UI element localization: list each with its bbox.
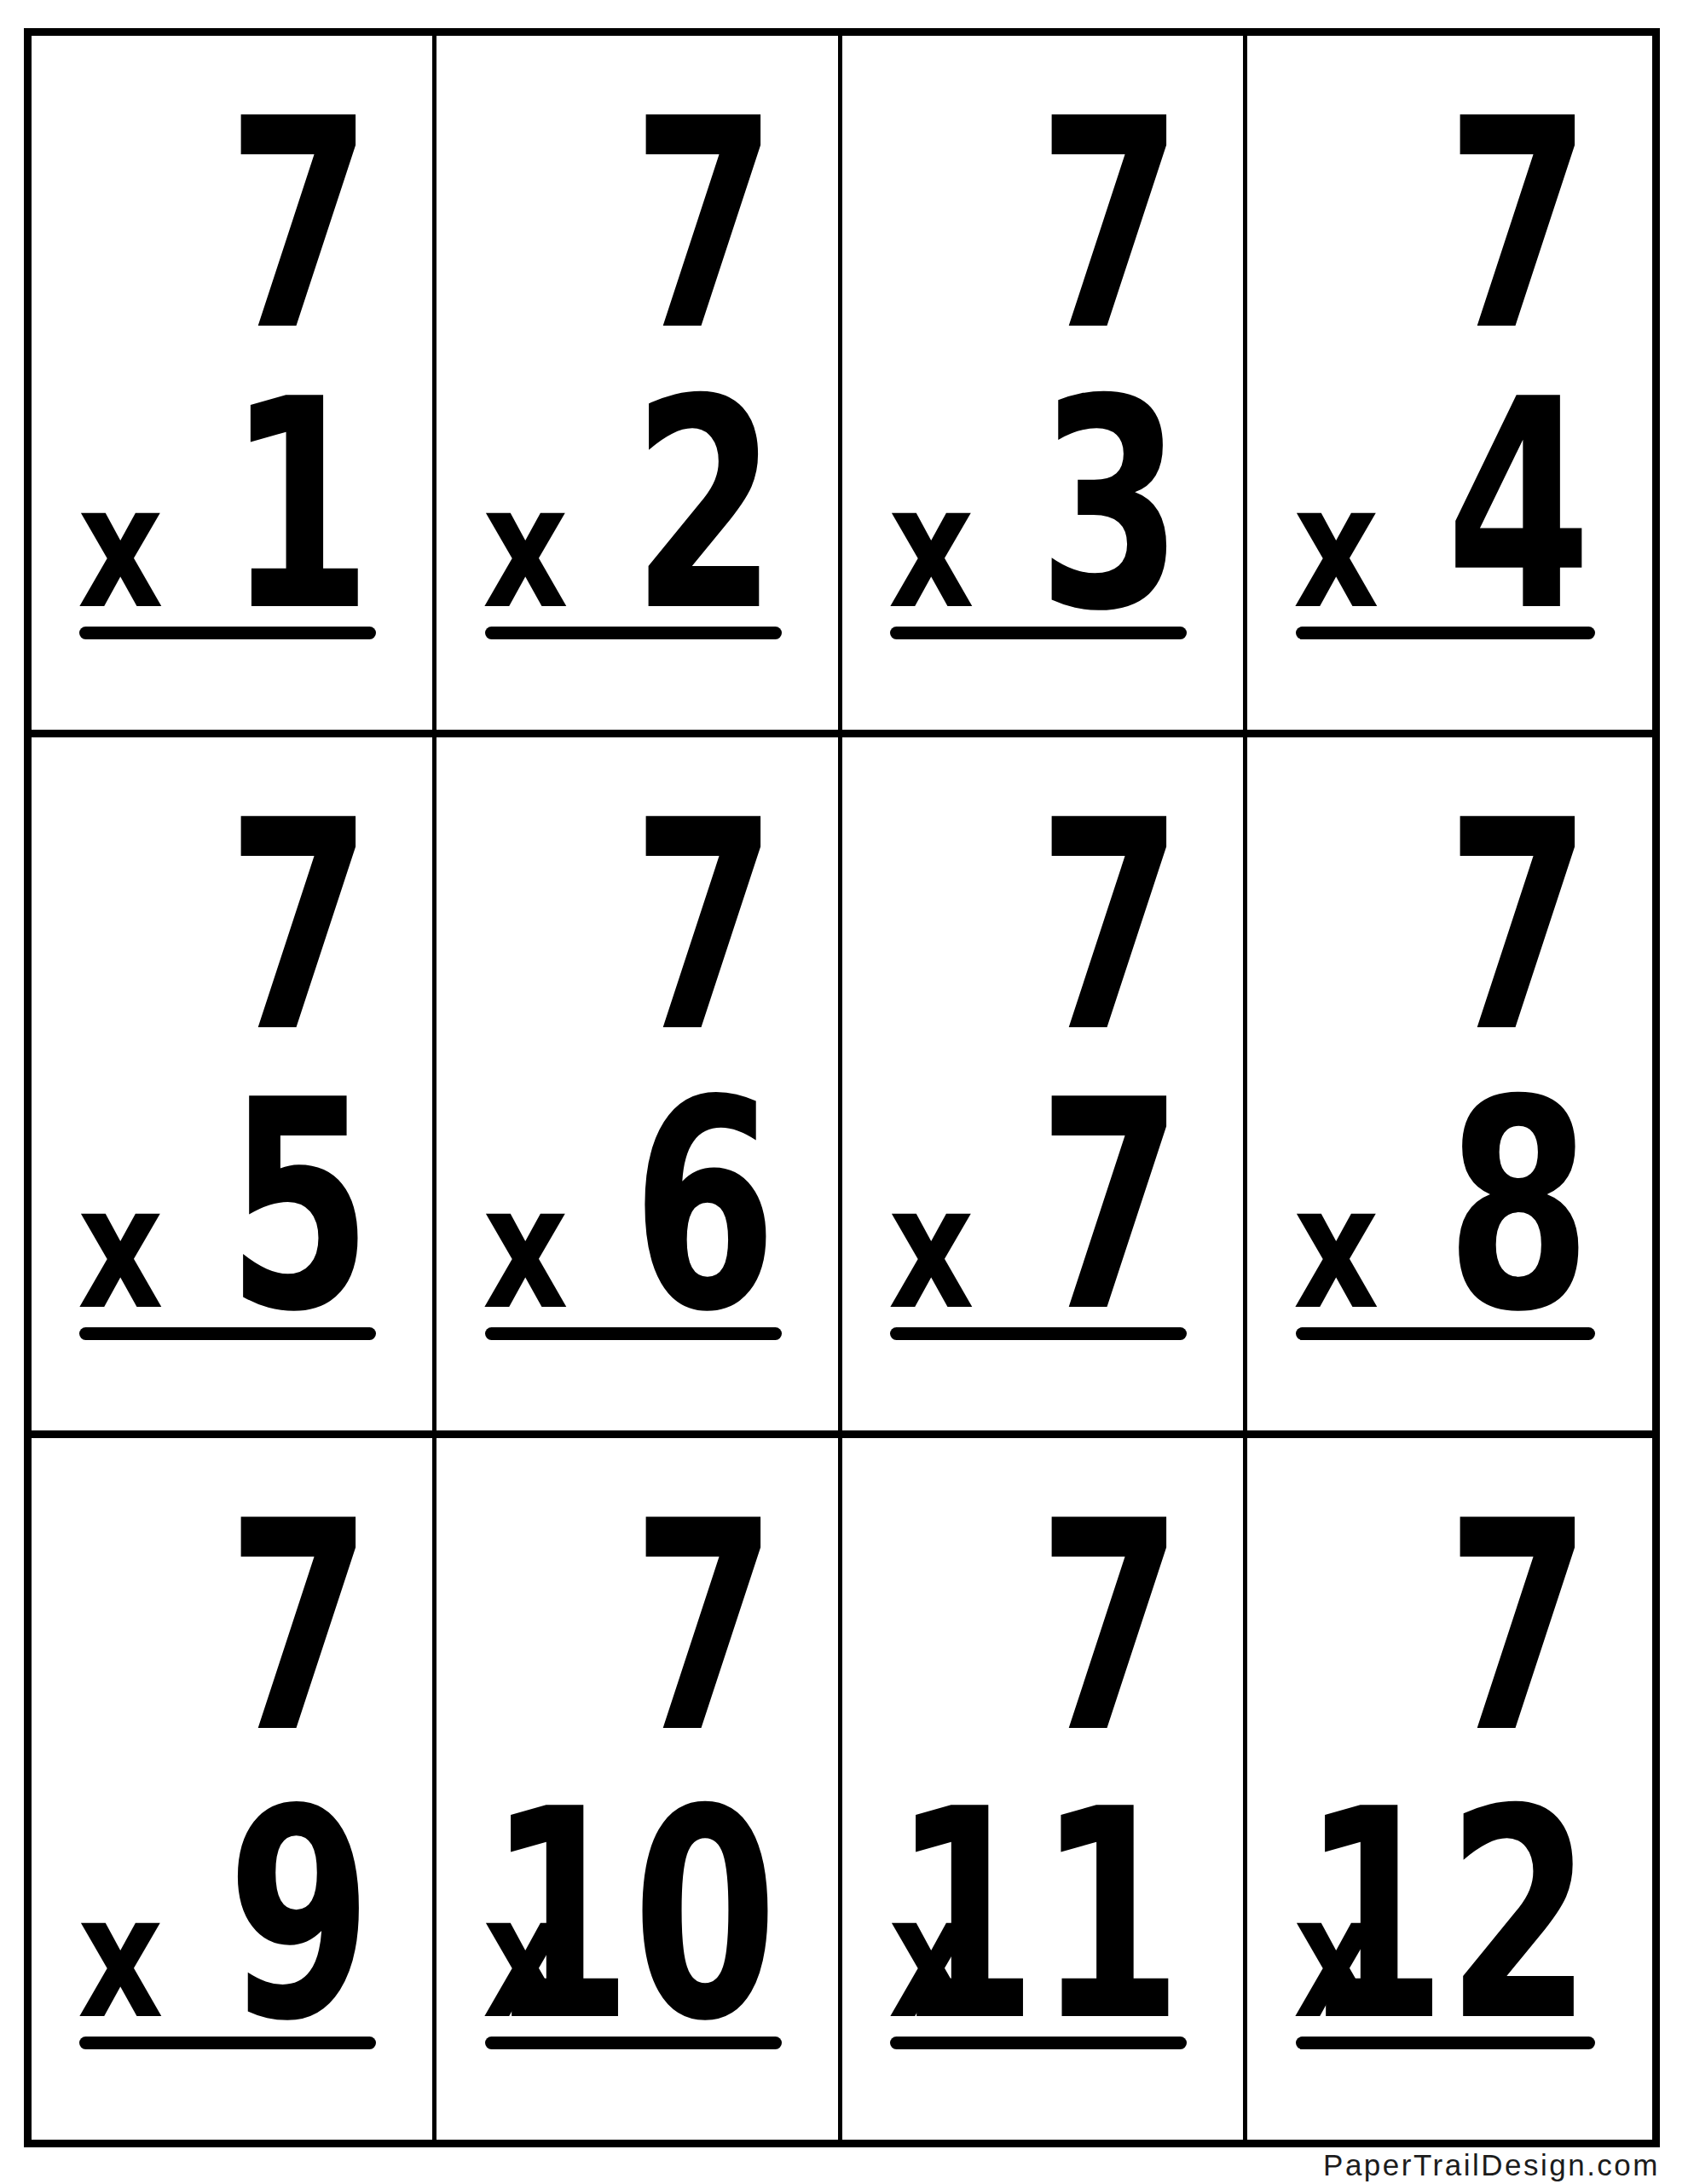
- multiply-sign: x: [483, 1163, 569, 1333]
- flashcard-7x9: 7x9: [32, 1438, 436, 2140]
- multiplier-number: 9: [227, 1771, 372, 2060]
- multiply-sign: x: [78, 1872, 164, 2042]
- multiplicand-digit: 7: [1446, 80, 1591, 370]
- answer-line: [1296, 627, 1596, 639]
- answer-line: [1296, 1327, 1596, 1340]
- multiplier-number: 2: [633, 361, 778, 650]
- flashcard-7x2: 7x2: [436, 36, 841, 737]
- multiplicand-digit: 7: [1038, 80, 1182, 370]
- flashcard-7x8: 7x8: [1247, 737, 1652, 1439]
- answer-line: [79, 2037, 376, 2049]
- answer-line: [79, 627, 376, 639]
- watermark-text: PaperTrailDesign.com: [1323, 2148, 1660, 2182]
- multiply-sign: x: [888, 462, 974, 633]
- answer-line: [485, 627, 782, 639]
- multiplier-number: 7: [1038, 1061, 1182, 1351]
- multiply-sign: x: [1293, 1163, 1379, 1333]
- multiplicand-digit: 7: [1038, 782, 1182, 1072]
- multiplier-number: 12: [1301, 1771, 1592, 2060]
- flashcard-7x11: 7x11: [842, 1438, 1247, 2140]
- flashcard-7x3: 7x3: [842, 36, 1247, 737]
- multiplicand-digit: 7: [227, 1482, 372, 1772]
- answer-line: [890, 1327, 1187, 1340]
- multiplier-number: 11: [893, 1771, 1183, 2060]
- multiplier-number: 4: [1446, 361, 1591, 650]
- answer-line: [1296, 2037, 1596, 2049]
- multiply-sign: x: [888, 1163, 974, 1333]
- multiplicand-digit: 7: [1446, 1482, 1591, 1772]
- answer-line: [485, 2037, 782, 2049]
- multiplicand-digit: 7: [227, 782, 372, 1072]
- multiplicand-digit: 7: [633, 782, 778, 1072]
- multiplier-number: 5: [227, 1061, 372, 1351]
- multiply-sign: x: [1293, 462, 1379, 633]
- multiplier-number: 6: [633, 1061, 778, 1351]
- flashcard-7x5: 7x5: [32, 737, 436, 1439]
- multiplier-number: 3: [1038, 361, 1182, 650]
- multiplier-number: 8: [1446, 1061, 1591, 1351]
- answer-line: [890, 2037, 1187, 2049]
- multiplicand-digit: 7: [1446, 782, 1591, 1072]
- flashcard-grid: 7x17x27x37x47x57x67x77x87x97x107x117x12: [24, 28, 1660, 2147]
- flashcard-7x6: 7x6: [436, 737, 841, 1439]
- flashcard-7x7: 7x7: [842, 737, 1247, 1439]
- multiply-sign: x: [78, 1163, 164, 1333]
- flashcard-7x10: 7x10: [436, 1438, 841, 2140]
- multiply-sign: x: [78, 462, 164, 633]
- multiplier-number: 10: [487, 1771, 778, 2060]
- flashcard-sheet: 7x17x27x37x47x57x67x77x87x97x107x117x12 …: [0, 0, 1688, 2184]
- answer-line: [890, 627, 1187, 639]
- multiply-sign: x: [483, 462, 569, 633]
- flashcard-7x12: 7x12: [1247, 1438, 1652, 2140]
- answer-line: [485, 1327, 782, 1340]
- multiplicand-digit: 7: [633, 1482, 778, 1772]
- multiplicand-digit: 7: [1038, 1482, 1182, 1772]
- flashcard-7x4: 7x4: [1247, 36, 1652, 737]
- multiplier-number: 1: [227, 361, 372, 650]
- multiplicand-digit: 7: [633, 80, 778, 370]
- flashcard-7x1: 7x1: [32, 36, 436, 737]
- multiplicand-digit: 7: [227, 80, 372, 370]
- answer-line: [79, 1327, 376, 1340]
